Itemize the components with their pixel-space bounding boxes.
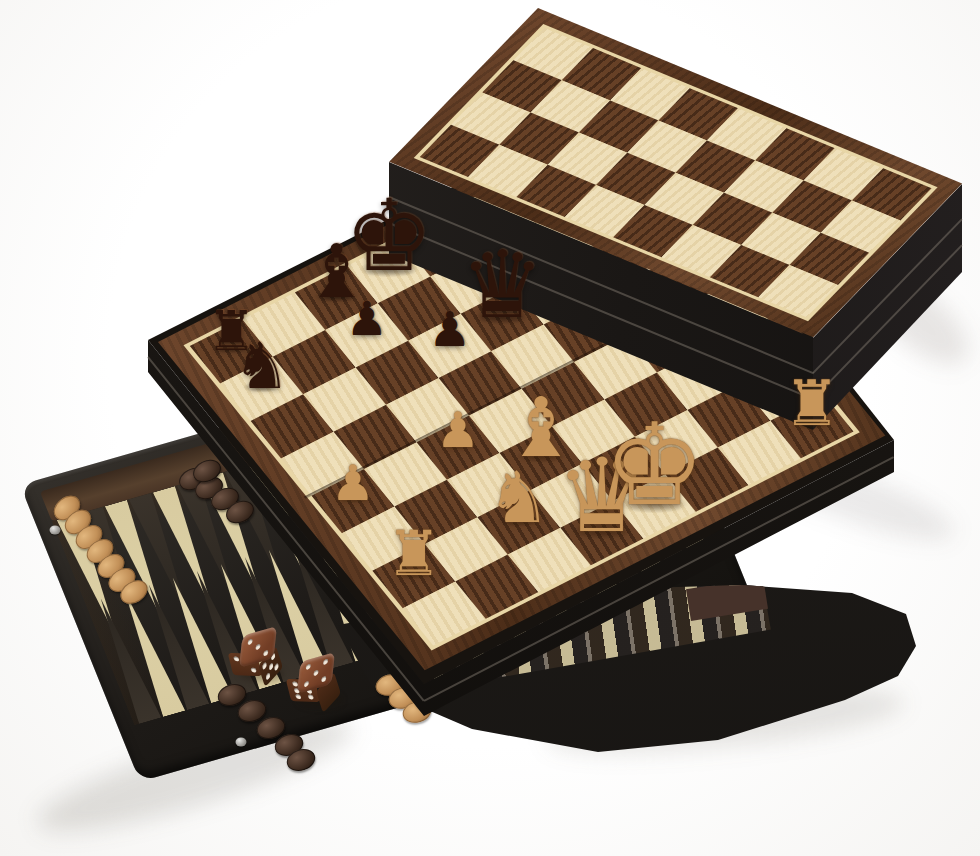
chess-pieces: ♜♝♚♞♟♟♛♟♟♝♜♞♛♚♜ xyxy=(0,0,980,856)
light-pawn-a4: ♟ xyxy=(331,459,375,508)
dark-king-d8: ♚ xyxy=(345,186,434,285)
light-knight-c2: ♞ xyxy=(487,461,551,532)
light-pawn-c4: ♟ xyxy=(436,405,480,454)
light-rook-h1: ♜ xyxy=(784,372,840,435)
dark-knight-a7: ♞ xyxy=(233,334,290,398)
light-rook-a2: ♜ xyxy=(386,523,442,585)
dark-pawn-c7: ♟ xyxy=(346,295,388,342)
dark-queen-e6: ♛ xyxy=(461,239,544,332)
light-king-e1: ♚ xyxy=(604,409,705,522)
product-photo-scene: ♜♝♚♞♟♟♛♟♟♝♜♞♛♚♜ xyxy=(0,0,980,856)
